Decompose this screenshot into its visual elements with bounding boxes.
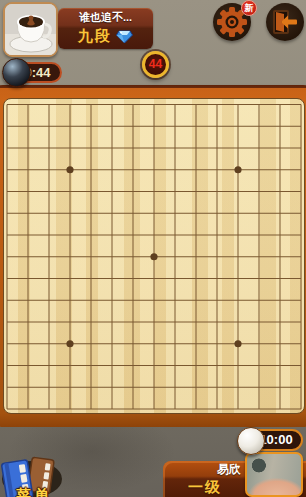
door-exit-icon bbox=[270, 7, 300, 37]
white-stone-icon bbox=[237, 427, 265, 455]
board-grid bbox=[4, 99, 304, 413]
bottom-player-rank: 一级 bbox=[163, 477, 247, 497]
bottom-player-name: 易欣 bbox=[163, 461, 247, 477]
top-player-plate: 谁也追不... 九段 bbox=[58, 8, 153, 49]
board-frame bbox=[0, 85, 306, 427]
top-player-rank: 九段 bbox=[78, 27, 112, 46]
top-player-avatar[interactable] bbox=[3, 2, 58, 57]
new-badge: 新 bbox=[241, 0, 257, 16]
board[interactable] bbox=[3, 98, 305, 414]
move-counter: 44 bbox=[142, 51, 169, 78]
menu-label[interactable]: 菜单 bbox=[6, 486, 62, 497]
black-stone-icon bbox=[2, 58, 31, 87]
bottom-player-avatar[interactable] bbox=[245, 452, 303, 497]
coffee-cup-avatar-image bbox=[5, 4, 56, 55]
exit-button[interactable] bbox=[266, 3, 304, 41]
game-screen: 谁也追不... 九段 bbox=[0, 0, 306, 497]
top-player-name: 谁也追不... bbox=[58, 8, 153, 26]
diamond-icon bbox=[116, 30, 133, 44]
